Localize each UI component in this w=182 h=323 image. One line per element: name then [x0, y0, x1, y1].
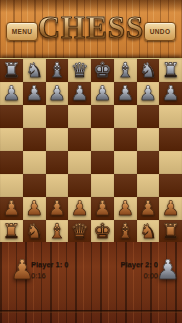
square-f4[interactable] — [114, 151, 137, 174]
square-h5[interactable] — [159, 128, 182, 151]
square-a2[interactable]: ♟ — [0, 197, 23, 220]
square-d3[interactable] — [68, 174, 91, 197]
square-c2[interactable]: ♟ — [46, 197, 69, 220]
square-b4[interactable] — [23, 151, 46, 174]
square-d7[interactable]: ♟ — [68, 82, 91, 105]
square-h8[interactable]: ♜ — [159, 59, 182, 82]
square-a3[interactable] — [0, 174, 23, 197]
square-f2[interactable]: ♟ — [114, 197, 137, 220]
square-b3[interactable] — [23, 174, 46, 197]
piece-black-knight[interactable]: ♞ — [25, 59, 43, 82]
piece-white-pawn[interactable]: ♟ — [25, 197, 43, 220]
piece-black-pawn[interactable]: ♟ — [2, 82, 20, 105]
square-f7[interactable]: ♟ — [114, 82, 137, 105]
piece-black-knight[interactable]: ♞ — [139, 59, 157, 82]
undo-button[interactable]: UNDO — [144, 22, 176, 41]
square-e6[interactable] — [91, 105, 114, 128]
square-g6[interactable] — [137, 105, 160, 128]
square-d1[interactable]: ♛ — [68, 220, 91, 243]
wood-plank-seam — [0, 310, 182, 313]
square-g5[interactable] — [137, 128, 160, 151]
square-g1[interactable]: ♞ — [137, 220, 160, 243]
piece-white-pawn[interactable]: ♟ — [93, 197, 111, 220]
header: MENU CHESS UNDO — [0, 0, 182, 59]
square-a6[interactable] — [0, 105, 23, 128]
square-b5[interactable] — [23, 128, 46, 151]
player1-info: Player 1: 0 0:16 — [31, 259, 69, 281]
square-g8[interactable]: ♞ — [137, 59, 160, 82]
piece-black-pawn[interactable]: ♟ — [116, 82, 134, 105]
piece-black-pawn[interactable]: ♟ — [25, 82, 43, 105]
status-bar: ♟ Player 1: 0 0:16 Player 2: 0 0:00 ♟ — [0, 242, 182, 323]
square-d8[interactable]: ♛ — [68, 59, 91, 82]
square-a1[interactable]: ♜ — [0, 220, 23, 243]
square-f8[interactable]: ♝ — [114, 59, 137, 82]
piece-black-bishop[interactable]: ♝ — [116, 59, 134, 82]
square-c6[interactable] — [46, 105, 69, 128]
square-a5[interactable] — [0, 128, 23, 151]
square-c3[interactable] — [46, 174, 69, 197]
piece-white-bishop[interactable]: ♝ — [48, 220, 66, 243]
player1-clock: 0:16 — [31, 270, 69, 281]
square-e8[interactable]: ♚ — [91, 59, 114, 82]
square-f3[interactable] — [114, 174, 137, 197]
square-c4[interactable] — [46, 151, 69, 174]
piece-black-bishop[interactable]: ♝ — [48, 59, 66, 82]
piece-black-pawn[interactable]: ♟ — [139, 82, 157, 105]
square-a8[interactable]: ♜ — [0, 59, 23, 82]
square-a4[interactable] — [0, 151, 23, 174]
piece-black-pawn[interactable]: ♟ — [162, 82, 180, 105]
piece-black-king[interactable]: ♚ — [93, 59, 111, 82]
square-b1[interactable]: ♞ — [23, 220, 46, 243]
piece-white-knight[interactable]: ♞ — [139, 220, 157, 243]
piece-black-rook[interactable]: ♜ — [2, 59, 20, 82]
chess-board[interactable]: ♜♞♝♛♚♝♞♜♟♟♟♟♟♟♟♟♟♟♟♟♟♟♟♟♜♞♝♛♚♝♞♜ — [0, 59, 182, 243]
square-d6[interactable] — [68, 105, 91, 128]
piece-black-pawn[interactable]: ♟ — [71, 82, 89, 105]
square-g7[interactable]: ♟ — [137, 82, 160, 105]
square-e3[interactable] — [91, 174, 114, 197]
player2-clock: 0:00 — [120, 270, 158, 281]
piece-white-rook[interactable]: ♜ — [2, 220, 20, 243]
square-h3[interactable] — [159, 174, 182, 197]
piece-white-queen[interactable]: ♛ — [71, 220, 89, 243]
square-b7[interactable]: ♟ — [23, 82, 46, 105]
square-g3[interactable] — [137, 174, 160, 197]
square-c5[interactable] — [46, 128, 69, 151]
piece-black-queen[interactable]: ♛ — [71, 59, 89, 82]
piece-white-king[interactable]: ♚ — [93, 220, 111, 243]
square-c1[interactable]: ♝ — [46, 220, 69, 243]
piece-black-pawn[interactable]: ♟ — [93, 82, 111, 105]
piece-white-pawn[interactable]: ♟ — [116, 197, 134, 220]
chess-app-screen: MENU CHESS UNDO ♜♞♝♛♚♝♞♜♟♟♟♟♟♟♟♟♟♟♟♟♟♟♟♟… — [0, 0, 182, 323]
square-h2[interactable]: ♟ — [159, 197, 182, 220]
square-d4[interactable] — [68, 151, 91, 174]
square-b2[interactable]: ♟ — [23, 197, 46, 220]
square-f1[interactable]: ♝ — [114, 220, 137, 243]
square-b8[interactable]: ♞ — [23, 59, 46, 82]
square-d5[interactable] — [68, 128, 91, 151]
square-h7[interactable]: ♟ — [159, 82, 182, 105]
piece-black-rook[interactable]: ♜ — [162, 59, 180, 82]
piece-black-pawn[interactable]: ♟ — [48, 82, 66, 105]
piece-white-pawn[interactable]: ♟ — [139, 197, 157, 220]
piece-white-pawn[interactable]: ♟ — [48, 197, 66, 220]
piece-white-bishop[interactable]: ♝ — [116, 220, 134, 243]
square-e2[interactable]: ♟ — [91, 197, 114, 220]
player1-score: Player 1: 0 — [31, 259, 69, 270]
piece-white-pawn[interactable]: ♟ — [71, 197, 89, 220]
square-d2[interactable]: ♟ — [68, 197, 91, 220]
piece-white-rook[interactable]: ♜ — [162, 220, 180, 243]
square-a7[interactable]: ♟ — [0, 82, 23, 105]
square-h4[interactable] — [159, 151, 182, 174]
square-e7[interactable]: ♟ — [91, 82, 114, 105]
square-e4[interactable] — [91, 151, 114, 174]
player2-info: Player 2: 0 0:00 — [120, 259, 158, 281]
square-c7[interactable]: ♟ — [46, 82, 69, 105]
silver-pawn-icon: ♟ — [156, 255, 180, 285]
square-g2[interactable]: ♟ — [137, 197, 160, 220]
square-h1[interactable]: ♜ — [159, 220, 182, 243]
square-c8[interactable]: ♝ — [46, 59, 69, 82]
square-e1[interactable]: ♚ — [91, 220, 114, 243]
piece-white-knight[interactable]: ♞ — [25, 220, 43, 243]
square-e5[interactable] — [91, 128, 114, 151]
piece-white-pawn[interactable]: ♟ — [162, 197, 180, 220]
square-b6[interactable] — [23, 105, 46, 128]
square-h6[interactable] — [159, 105, 182, 128]
square-f6[interactable] — [114, 105, 137, 128]
player2-score: Player 2: 0 — [120, 259, 158, 270]
piece-white-pawn[interactable]: ♟ — [2, 197, 20, 220]
square-g4[interactable] — [137, 151, 160, 174]
square-f5[interactable] — [114, 128, 137, 151]
